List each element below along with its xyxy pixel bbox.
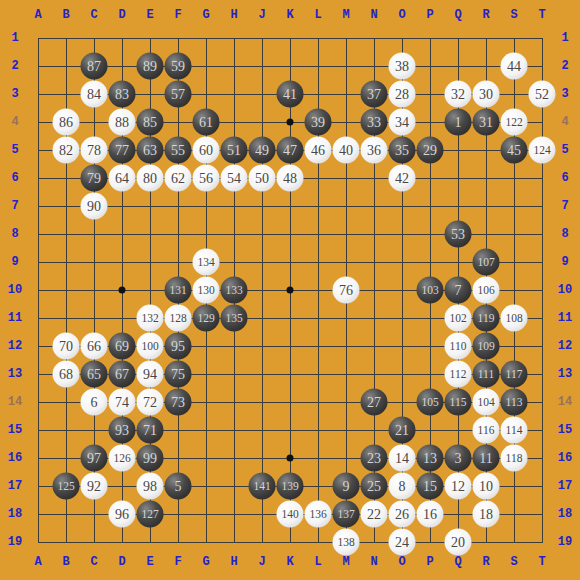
stone-white-38: 38: [389, 53, 416, 80]
stone-white-48: 48: [277, 165, 304, 192]
stone-white-34: 34: [389, 109, 416, 136]
stone-white-126: 126: [109, 445, 136, 472]
coord-label-left-3: 3: [11, 88, 18, 100]
stone-black-25: 25: [361, 473, 388, 500]
coord-label-left-5: 5: [11, 144, 18, 156]
coord-label-right-12: 12: [558, 340, 572, 352]
stone-white-118: 118: [501, 445, 528, 472]
stone-black-139: 139: [277, 473, 304, 500]
stone-white-92: 92: [81, 473, 108, 500]
stone-white-128: 128: [165, 305, 192, 332]
stone-black-27: 27: [361, 389, 388, 416]
coord-label-left-2: 2: [11, 60, 18, 72]
stone-white-42: 42: [389, 165, 416, 192]
stone-black-21: 21: [389, 417, 416, 444]
stone-black-23: 23: [361, 445, 388, 472]
stone-black-13: 13: [417, 445, 444, 472]
coord-label-top-K: K: [286, 9, 293, 21]
stone-black-31: 31: [473, 109, 500, 136]
coord-label-right-16: 16: [558, 452, 572, 464]
stone-white-70: 70: [53, 333, 80, 360]
stone-black-1: 1: [445, 109, 472, 136]
coord-label-right-4: 4: [561, 116, 568, 128]
stone-black-37: 37: [361, 81, 388, 108]
stone-black-111: 111: [473, 361, 500, 388]
stone-black-127: 127: [137, 501, 164, 528]
coord-label-left-18: 18: [8, 508, 22, 520]
stone-white-86: 86: [53, 109, 80, 136]
stone-black-137: 137: [333, 501, 360, 528]
coord-label-top-L: L: [314, 9, 321, 21]
stone-white-66: 66: [81, 333, 108, 360]
stone-black-69: 69: [109, 333, 136, 360]
stone-black-133: 133: [221, 277, 248, 304]
stone-black-35: 35: [389, 137, 416, 164]
star-point-D10: [119, 287, 126, 294]
coord-label-bottom-C: C: [90, 556, 97, 568]
coord-label-left-6: 6: [11, 172, 18, 184]
coord-label-top-E: E: [146, 9, 153, 21]
stone-black-71: 71: [137, 417, 164, 444]
stone-black-29: 29: [417, 137, 444, 164]
coord-label-bottom-R: R: [482, 556, 489, 568]
stone-black-53: 53: [445, 221, 472, 248]
coord-label-right-6: 6: [561, 172, 568, 184]
coord-label-top-M: M: [342, 9, 349, 21]
coord-label-right-19: 19: [558, 536, 572, 548]
stone-black-99: 99: [137, 445, 164, 472]
stone-white-140: 140: [277, 501, 304, 528]
stone-black-79: 79: [81, 165, 108, 192]
stone-white-12: 12: [445, 473, 472, 500]
stone-black-59: 59: [165, 53, 192, 80]
star-point-K16: [287, 455, 294, 462]
coord-label-right-3: 3: [561, 88, 568, 100]
stone-white-50: 50: [249, 165, 276, 192]
stone-white-26: 26: [389, 501, 416, 528]
coord-label-left-15: 15: [8, 424, 22, 436]
coord-label-bottom-B: B: [62, 556, 69, 568]
coord-label-left-1: 1: [11, 32, 18, 44]
stone-black-129: 129: [193, 305, 220, 332]
stone-white-36: 36: [361, 137, 388, 164]
stone-black-49: 49: [249, 137, 276, 164]
coord-label-left-9: 9: [11, 256, 18, 268]
stone-white-62: 62: [165, 165, 192, 192]
stone-white-68: 68: [53, 361, 80, 388]
stone-white-52: 52: [529, 81, 556, 108]
coord-label-bottom-P: P: [426, 556, 433, 568]
stone-black-41: 41: [277, 81, 304, 108]
coord-label-bottom-T: T: [538, 556, 545, 568]
stone-white-14: 14: [389, 445, 416, 472]
stone-black-93: 93: [109, 417, 136, 444]
stone-white-84: 84: [81, 81, 108, 108]
stone-white-20: 20: [445, 529, 472, 556]
coord-label-bottom-S: S: [510, 556, 517, 568]
coord-label-left-13: 13: [8, 368, 22, 380]
stone-white-94: 94: [137, 361, 164, 388]
stone-white-88: 88: [109, 109, 136, 136]
coord-label-left-14: 14: [8, 396, 22, 408]
coord-label-bottom-G: G: [202, 556, 209, 568]
coord-label-left-7: 7: [11, 200, 18, 212]
stone-white-96: 96: [109, 501, 136, 528]
stone-white-72: 72: [137, 389, 164, 416]
coord-label-top-S: S: [510, 9, 517, 21]
stone-white-112: 112: [445, 361, 472, 388]
coord-label-left-12: 12: [8, 340, 22, 352]
coord-label-left-11: 11: [8, 312, 22, 324]
stone-black-77: 77: [109, 137, 136, 164]
stone-white-60: 60: [193, 137, 220, 164]
coord-label-bottom-Q: Q: [454, 556, 461, 568]
stone-white-138: 138: [333, 529, 360, 556]
stone-white-104: 104: [473, 389, 500, 416]
stone-black-105: 105: [417, 389, 444, 416]
coord-label-top-T: T: [538, 9, 545, 21]
stone-black-3: 3: [445, 445, 472, 472]
stone-white-40: 40: [333, 137, 360, 164]
stone-white-132: 132: [137, 305, 164, 332]
stone-black-125: 125: [53, 473, 80, 500]
coord-label-top-H: H: [230, 9, 237, 21]
stone-black-119: 119: [473, 305, 500, 332]
stone-black-135: 135: [221, 305, 248, 332]
stone-black-51: 51: [221, 137, 248, 164]
stone-white-82: 82: [53, 137, 80, 164]
stone-black-83: 83: [109, 81, 136, 108]
stone-white-108: 108: [501, 305, 528, 332]
grid-line-vertical: [542, 38, 543, 543]
stone-white-10: 10: [473, 473, 500, 500]
stone-white-114: 114: [501, 417, 528, 444]
stone-black-131: 131: [165, 277, 192, 304]
stone-white-28: 28: [389, 81, 416, 108]
stone-black-11: 11: [473, 445, 500, 472]
coord-label-top-N: N: [370, 9, 377, 21]
coord-label-top-A: A: [34, 9, 41, 21]
coord-label-left-17: 17: [8, 480, 22, 492]
coord-label-top-C: C: [90, 9, 97, 21]
stone-white-110: 110: [445, 333, 472, 360]
coord-label-bottom-K: K: [286, 556, 293, 568]
stone-white-76: 76: [333, 277, 360, 304]
stone-white-30: 30: [473, 81, 500, 108]
stone-white-102: 102: [445, 305, 472, 332]
stone-black-63: 63: [137, 137, 164, 164]
stone-white-64: 64: [109, 165, 136, 192]
stone-black-85: 85: [137, 109, 164, 136]
coord-label-right-1: 1: [561, 32, 568, 44]
stone-black-67: 67: [109, 361, 136, 388]
stone-black-61: 61: [193, 109, 220, 136]
stone-white-8: 8: [389, 473, 416, 500]
stone-black-33: 33: [361, 109, 388, 136]
coord-label-right-17: 17: [558, 480, 572, 492]
coord-label-bottom-M: M: [342, 556, 349, 568]
coord-label-bottom-A: A: [34, 556, 41, 568]
coord-label-right-10: 10: [558, 284, 572, 296]
coord-label-top-J: J: [258, 9, 265, 21]
coord-label-bottom-F: F: [174, 556, 181, 568]
coord-label-top-Q: Q: [454, 9, 461, 21]
stone-black-73: 73: [165, 389, 192, 416]
coord-label-top-P: P: [426, 9, 433, 21]
stone-black-107: 107: [473, 249, 500, 276]
coord-label-right-15: 15: [558, 424, 572, 436]
star-point-K10: [287, 287, 294, 294]
coord-label-bottom-D: D: [118, 556, 125, 568]
stone-white-116: 116: [473, 417, 500, 444]
stone-black-87: 87: [81, 53, 108, 80]
stone-white-78: 78: [81, 137, 108, 164]
stone-white-6: 6: [81, 389, 108, 416]
stone-white-74: 74: [109, 389, 136, 416]
stone-white-122: 122: [501, 109, 528, 136]
coord-label-top-O: O: [398, 9, 405, 21]
coord-label-right-2: 2: [561, 60, 568, 72]
stone-white-46: 46: [305, 137, 332, 164]
stone-black-115: 115: [445, 389, 472, 416]
coord-label-bottom-O: O: [398, 556, 405, 568]
stone-black-95: 95: [165, 333, 192, 360]
coord-label-top-F: F: [174, 9, 181, 21]
stone-black-109: 109: [473, 333, 500, 360]
stone-black-7: 7: [445, 277, 472, 304]
star-point-K4: [287, 119, 294, 126]
coord-label-bottom-J: J: [258, 556, 265, 568]
stone-white-32: 32: [445, 81, 472, 108]
coord-label-left-19: 19: [8, 536, 22, 548]
stone-black-9: 9: [333, 473, 360, 500]
coord-label-bottom-N: N: [370, 556, 377, 568]
coord-label-right-9: 9: [561, 256, 568, 268]
go-board[interactable]: AABBCCDDEEFFGGHHJJKKLLMMNNOOPPQQRRSSTT11…: [0, 0, 580, 580]
stone-black-113: 113: [501, 389, 528, 416]
coord-label-left-16: 16: [8, 452, 22, 464]
stone-white-44: 44: [501, 53, 528, 80]
stone-white-22: 22: [361, 501, 388, 528]
coord-label-right-13: 13: [558, 368, 572, 380]
coord-label-left-8: 8: [11, 228, 18, 240]
stone-white-80: 80: [137, 165, 164, 192]
stone-white-56: 56: [193, 165, 220, 192]
coord-label-bottom-H: H: [230, 556, 237, 568]
coord-label-bottom-E: E: [146, 556, 153, 568]
stone-white-130: 130: [193, 277, 220, 304]
stone-black-103: 103: [417, 277, 444, 304]
stone-white-18: 18: [473, 501, 500, 528]
stone-black-57: 57: [165, 81, 192, 108]
stone-black-141: 141: [249, 473, 276, 500]
stone-black-75: 75: [165, 361, 192, 388]
coord-label-right-11: 11: [558, 312, 572, 324]
coord-label-right-18: 18: [558, 508, 572, 520]
stone-white-100: 100: [137, 333, 164, 360]
stone-black-15: 15: [417, 473, 444, 500]
stone-black-55: 55: [165, 137, 192, 164]
stone-black-117: 117: [501, 361, 528, 388]
coord-label-top-R: R: [482, 9, 489, 21]
coord-label-top-G: G: [202, 9, 209, 21]
stone-white-54: 54: [221, 165, 248, 192]
coord-label-top-B: B: [62, 9, 69, 21]
stone-white-136: 136: [305, 501, 332, 528]
stone-black-97: 97: [81, 445, 108, 472]
stone-white-134: 134: [193, 249, 220, 276]
stone-black-47: 47: [277, 137, 304, 164]
stone-white-24: 24: [389, 529, 416, 556]
coord-label-right-8: 8: [561, 228, 568, 240]
stone-black-39: 39: [305, 109, 332, 136]
stone-black-45: 45: [501, 137, 528, 164]
stone-white-98: 98: [137, 473, 164, 500]
coord-label-top-D: D: [118, 9, 125, 21]
coord-label-bottom-L: L: [314, 556, 321, 568]
coord-label-left-10: 10: [8, 284, 22, 296]
stone-black-65: 65: [81, 361, 108, 388]
coord-label-right-7: 7: [561, 200, 568, 212]
stone-white-90: 90: [81, 193, 108, 220]
coord-label-left-4: 4: [11, 116, 18, 128]
stone-black-89: 89: [137, 53, 164, 80]
stone-white-124: 124: [529, 137, 556, 164]
coord-label-right-5: 5: [561, 144, 568, 156]
stone-black-5: 5: [165, 473, 192, 500]
stone-white-16: 16: [417, 501, 444, 528]
coord-label-right-14: 14: [558, 396, 572, 408]
stone-white-106: 106: [473, 277, 500, 304]
